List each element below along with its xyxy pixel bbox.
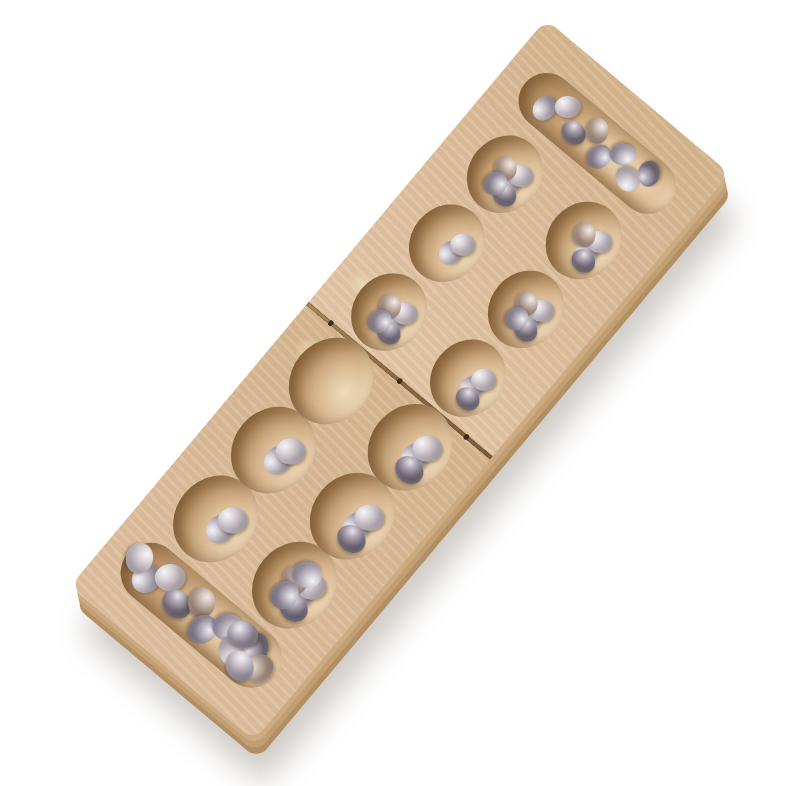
mancala-board [70,19,730,740]
mancala-photo-scene [0,0,800,786]
